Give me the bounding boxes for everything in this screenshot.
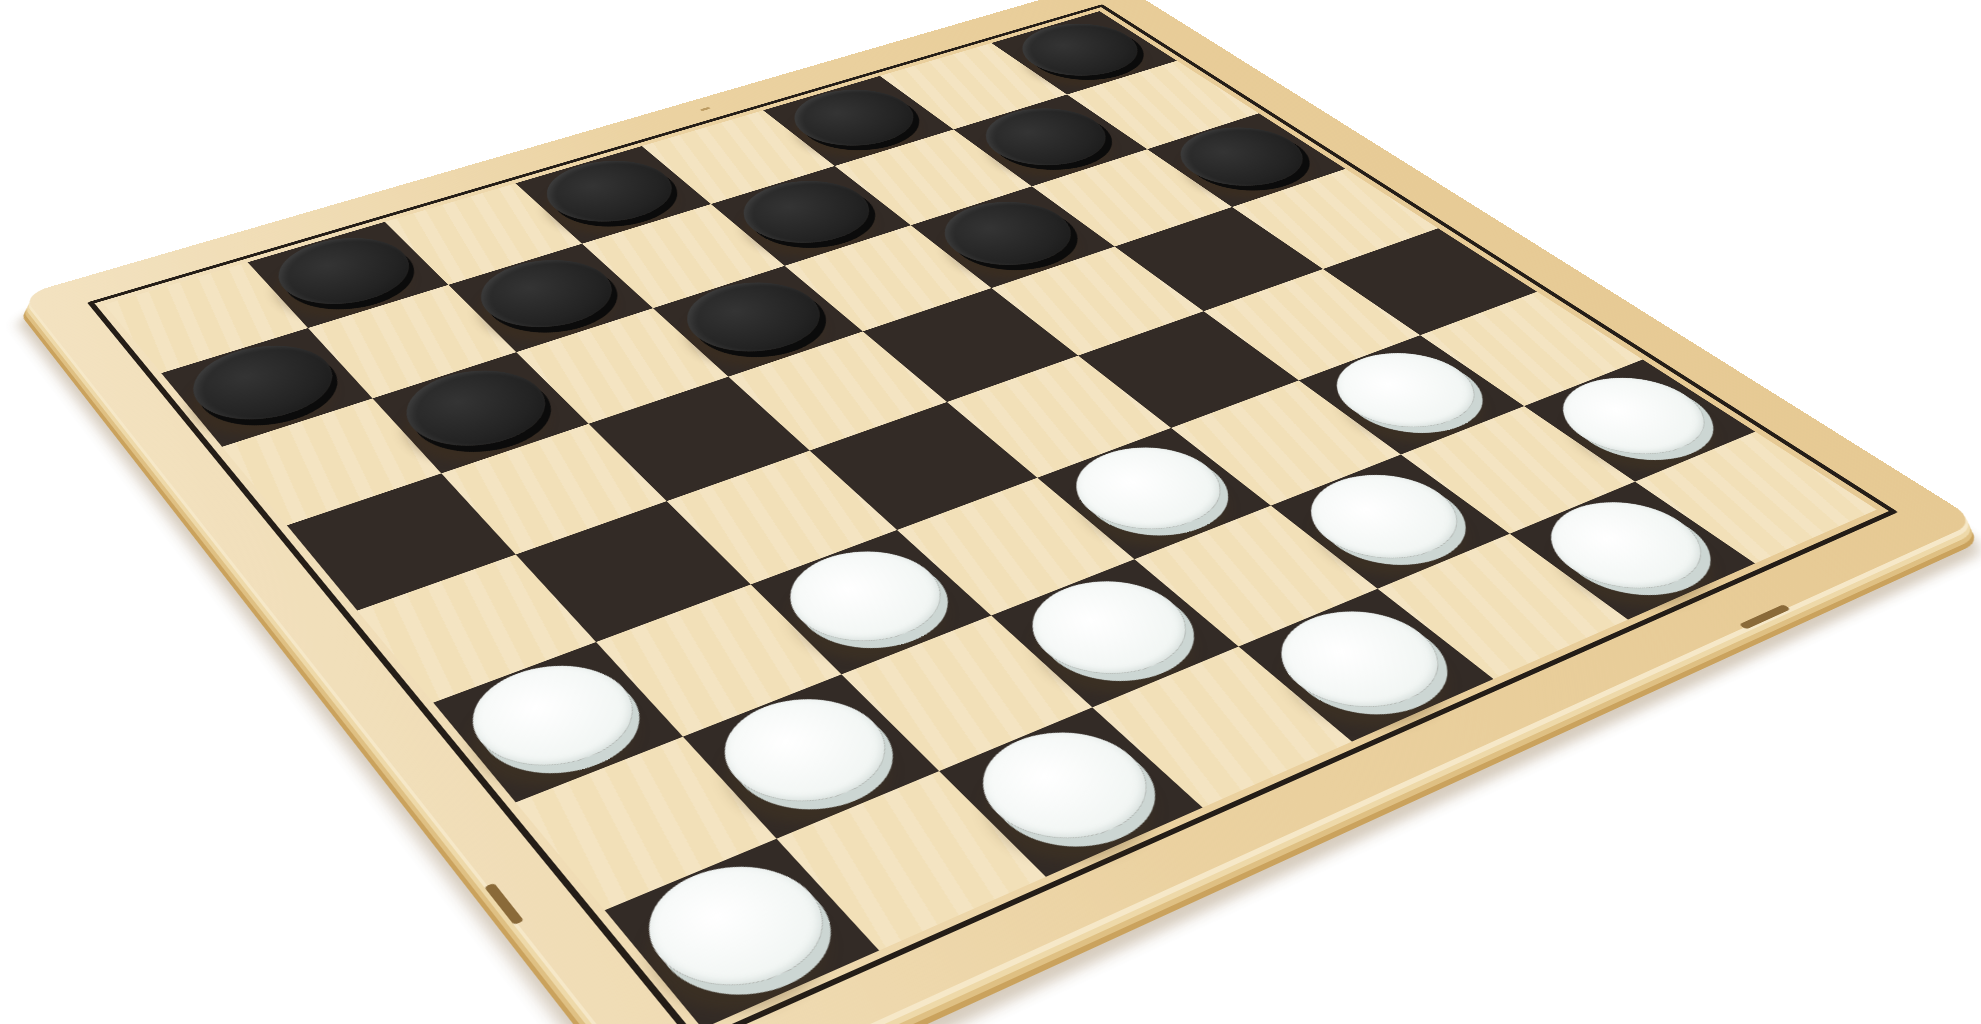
photo-scene <box>0 0 1981 1024</box>
edge-notch <box>484 883 524 925</box>
checkers-board <box>22 0 1978 1024</box>
wood-knot <box>699 107 710 111</box>
board-grid <box>105 11 1877 1024</box>
edge-notch <box>1739 604 1791 629</box>
